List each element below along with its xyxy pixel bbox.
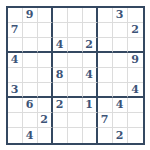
- cell-r9c4[interactable]: [53, 128, 68, 143]
- cell-r3c9[interactable]: [128, 38, 143, 53]
- cell-r6c8[interactable]: [113, 83, 128, 98]
- cell-r5c5[interactable]: [68, 68, 83, 83]
- cell-r2c1[interactable]: 7: [8, 23, 23, 38]
- cell-r5c4[interactable]: 8: [53, 68, 68, 83]
- cell-r7c2[interactable]: 6: [23, 98, 38, 113]
- cell-r8c8[interactable]: [113, 113, 128, 128]
- cell-r4c4[interactable]: [53, 53, 68, 68]
- cell-r3c1[interactable]: [8, 38, 23, 53]
- cell-r4c9[interactable]: 9: [128, 53, 143, 68]
- cell-r3c7[interactable]: [98, 38, 113, 53]
- cell-r1c8[interactable]: 3: [113, 8, 128, 23]
- cell-r4c5[interactable]: [68, 53, 83, 68]
- cell-r5c6[interactable]: 4: [83, 68, 98, 83]
- cell-r4c8[interactable]: [113, 53, 128, 68]
- cell-r2c5[interactable]: [68, 23, 83, 38]
- cell-r9c8[interactable]: 2: [113, 128, 128, 143]
- cell-r8c3[interactable]: 2: [38, 113, 53, 128]
- cell-r9c9[interactable]: [128, 128, 143, 143]
- cell-r1c9[interactable]: [128, 8, 143, 23]
- cell-r8c4[interactable]: [53, 113, 68, 128]
- cell-r6c4[interactable]: [53, 83, 68, 98]
- cell-r2c8[interactable]: [113, 23, 128, 38]
- cell-r9c5[interactable]: [68, 128, 83, 143]
- cell-r9c3[interactable]: [38, 128, 53, 143]
- cell-r1c7[interactable]: [98, 8, 113, 23]
- cell-r9c1[interactable]: [8, 128, 23, 143]
- cell-r2c4[interactable]: [53, 23, 68, 38]
- cell-r9c7[interactable]: [98, 128, 113, 143]
- cell-r4c7[interactable]: [98, 53, 113, 68]
- cell-r1c6[interactable]: [83, 8, 98, 23]
- cell-r6c3[interactable]: [38, 83, 53, 98]
- cell-r5c9[interactable]: [128, 68, 143, 83]
- cell-r2c7[interactable]: [98, 23, 113, 38]
- cell-r5c1[interactable]: [8, 68, 23, 83]
- cell-r7c1[interactable]: [8, 98, 23, 113]
- cell-r8c5[interactable]: [68, 113, 83, 128]
- cell-r7c6[interactable]: 1: [83, 98, 98, 113]
- cell-r5c3[interactable]: [38, 68, 53, 83]
- cell-r2c9[interactable]: 2: [128, 23, 143, 38]
- cell-r3c5[interactable]: [68, 38, 83, 53]
- cell-r2c6[interactable]: [83, 23, 98, 38]
- cell-r1c5[interactable]: [68, 8, 83, 23]
- cell-r3c3[interactable]: [38, 38, 53, 53]
- cell-r6c6[interactable]: [83, 83, 98, 98]
- cell-r7c9[interactable]: [128, 98, 143, 113]
- cell-r8c1[interactable]: [8, 113, 23, 128]
- cell-r5c7[interactable]: [98, 68, 113, 83]
- cell-r1c3[interactable]: [38, 8, 53, 23]
- cell-r8c6[interactable]: [83, 113, 98, 128]
- cell-r1c1[interactable]: [8, 8, 23, 23]
- cell-r8c7[interactable]: 7: [98, 113, 113, 128]
- cell-r8c2[interactable]: [23, 113, 38, 128]
- cell-r4c2[interactable]: [23, 53, 38, 68]
- cell-r6c7[interactable]: [98, 83, 113, 98]
- cell-r7c7[interactable]: [98, 98, 113, 113]
- cell-r1c4[interactable]: [53, 8, 68, 23]
- cell-r9c6[interactable]: [83, 128, 98, 143]
- cell-r4c3[interactable]: [38, 53, 53, 68]
- cell-r6c2[interactable]: [23, 83, 38, 98]
- cell-r5c8[interactable]: [113, 68, 128, 83]
- cell-r6c1[interactable]: 3: [8, 83, 23, 98]
- cell-r3c4[interactable]: 4: [53, 38, 68, 53]
- cell-r7c3[interactable]: [38, 98, 53, 113]
- cell-r9c2[interactable]: 4: [23, 128, 38, 143]
- cell-r6c5[interactable]: [68, 83, 83, 98]
- cell-r8c9[interactable]: [128, 113, 143, 128]
- cell-r3c8[interactable]: [113, 38, 128, 53]
- cell-r3c2[interactable]: [23, 38, 38, 53]
- cell-r4c6[interactable]: [83, 53, 98, 68]
- cell-r7c4[interactable]: 2: [53, 98, 68, 113]
- cell-r7c8[interactable]: 4: [113, 98, 128, 113]
- sudoku-board: 93724249843462142742: [6, 6, 145, 145]
- cell-r4c1[interactable]: 4: [8, 53, 23, 68]
- cell-r2c3[interactable]: [38, 23, 53, 38]
- cell-r6c9[interactable]: 4: [128, 83, 143, 98]
- cell-r5c2[interactable]: [23, 68, 38, 83]
- cell-r7c5[interactable]: [68, 98, 83, 113]
- cell-r3c6[interactable]: 2: [83, 38, 98, 53]
- cell-r1c2[interactable]: 9: [23, 8, 38, 23]
- cell-r2c2[interactable]: [23, 23, 38, 38]
